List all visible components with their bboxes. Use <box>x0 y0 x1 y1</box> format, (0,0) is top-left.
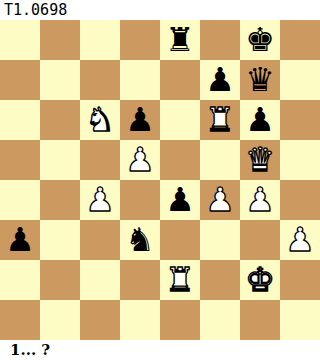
square-f4[interactable]: ♟ <box>200 180 240 220</box>
piece-white-queen: ♛ <box>245 140 275 180</box>
square-f8[interactable] <box>200 20 240 60</box>
square-a8[interactable] <box>0 20 40 60</box>
square-c2[interactable] <box>80 260 120 300</box>
square-h5[interactable] <box>280 140 320 180</box>
square-a6[interactable] <box>0 100 40 140</box>
piece-white-pawn: ♟ <box>125 140 155 180</box>
square-f2[interactable] <box>200 260 240 300</box>
square-b5[interactable] <box>40 140 80 180</box>
piece-white-pawn: ♟ <box>85 180 115 220</box>
piece-white-pawn: ♟ <box>205 180 235 220</box>
puzzle-id: T1.0698 <box>4 1 67 19</box>
piece-black-rook: ♜ <box>165 20 195 60</box>
square-a1[interactable] <box>0 300 40 340</box>
square-g5[interactable]: ♛ <box>240 140 280 180</box>
square-e1[interactable] <box>160 300 200 340</box>
square-d3[interactable]: ♞ <box>120 220 160 260</box>
piece-black-queen: ♛ <box>245 60 275 100</box>
piece-white-pawn: ♟ <box>285 220 315 260</box>
square-d1[interactable] <box>120 300 160 340</box>
square-c7[interactable] <box>80 60 120 100</box>
square-c3[interactable] <box>80 220 120 260</box>
square-d8[interactable] <box>120 20 160 60</box>
piece-black-king: ♚ <box>245 20 275 60</box>
square-c8[interactable] <box>80 20 120 60</box>
square-e2[interactable]: ♜ <box>160 260 200 300</box>
square-c4[interactable]: ♟ <box>80 180 120 220</box>
square-d6[interactable]: ♟ <box>120 100 160 140</box>
square-h6[interactable] <box>280 100 320 140</box>
square-d2[interactable] <box>120 260 160 300</box>
square-b1[interactable] <box>40 300 80 340</box>
piece-black-pawn: ♟ <box>5 220 35 260</box>
square-g8[interactable]: ♚ <box>240 20 280 60</box>
square-g2[interactable]: ♚ <box>240 260 280 300</box>
square-g4[interactable]: ♟ <box>240 180 280 220</box>
square-c1[interactable] <box>80 300 120 340</box>
move-prompt: 1... ? <box>10 341 50 359</box>
square-e6[interactable] <box>160 100 200 140</box>
square-f3[interactable] <box>200 220 240 260</box>
square-b8[interactable] <box>40 20 80 60</box>
square-f5[interactable] <box>200 140 240 180</box>
square-e5[interactable] <box>160 140 200 180</box>
square-d4[interactable] <box>120 180 160 220</box>
square-b4[interactable] <box>40 180 80 220</box>
square-d7[interactable] <box>120 60 160 100</box>
square-g3[interactable] <box>240 220 280 260</box>
square-f6[interactable]: ♜ <box>200 100 240 140</box>
piece-black-pawn: ♟ <box>165 180 195 220</box>
piece-black-knight: ♞ <box>125 220 155 260</box>
square-f7[interactable]: ♟ <box>200 60 240 100</box>
square-a5[interactable] <box>0 140 40 180</box>
square-b7[interactable] <box>40 60 80 100</box>
piece-white-rook: ♜ <box>165 260 195 300</box>
chess-board: ♜♚♟♛♞♟♜♟♟♛♟♟♟♟♟♞♟♜♚ <box>0 20 320 340</box>
square-d5[interactable]: ♟ <box>120 140 160 180</box>
square-g6[interactable]: ♟ <box>240 100 280 140</box>
square-g1[interactable] <box>240 300 280 340</box>
square-e8[interactable]: ♜ <box>160 20 200 60</box>
square-e3[interactable] <box>160 220 200 260</box>
square-c5[interactable] <box>80 140 120 180</box>
square-e7[interactable] <box>160 60 200 100</box>
square-b2[interactable] <box>40 260 80 300</box>
square-a2[interactable] <box>0 260 40 300</box>
square-h7[interactable] <box>280 60 320 100</box>
status-bar: 1... ? <box>0 340 320 360</box>
square-a3[interactable]: ♟ <box>0 220 40 260</box>
title-bar: T1.0698 <box>0 0 320 20</box>
piece-white-rook: ♜ <box>205 100 235 140</box>
square-g7[interactable]: ♛ <box>240 60 280 100</box>
piece-black-pawn: ♟ <box>125 100 155 140</box>
square-b6[interactable] <box>40 100 80 140</box>
piece-white-knight: ♞ <box>85 100 115 140</box>
square-h3[interactable]: ♟ <box>280 220 320 260</box>
square-e4[interactable]: ♟ <box>160 180 200 220</box>
square-h1[interactable] <box>280 300 320 340</box>
piece-black-pawn: ♟ <box>205 60 235 100</box>
piece-white-king: ♚ <box>245 260 275 300</box>
square-b3[interactable] <box>40 220 80 260</box>
square-h4[interactable] <box>280 180 320 220</box>
square-a7[interactable] <box>0 60 40 100</box>
square-h2[interactable] <box>280 260 320 300</box>
square-a4[interactable] <box>0 180 40 220</box>
square-c6[interactable]: ♞ <box>80 100 120 140</box>
square-h8[interactable] <box>280 20 320 60</box>
piece-white-pawn: ♟ <box>245 180 275 220</box>
piece-black-pawn: ♟ <box>245 100 275 140</box>
square-f1[interactable] <box>200 300 240 340</box>
